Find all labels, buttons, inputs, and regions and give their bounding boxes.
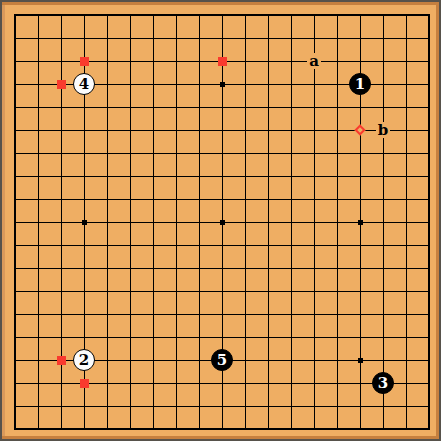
marker-red-square [218,57,227,66]
grid-line-vertical [383,15,384,429]
stone-black-3: 3 [372,372,394,394]
grid-line-vertical [268,15,269,429]
grid-line-vertical [245,15,246,429]
star-point [220,82,225,87]
stone-white-2: 2 [73,349,95,371]
point-label-b: b [376,122,390,138]
grid-line-horizontal [15,268,429,269]
grid-line-horizontal [15,314,429,315]
stone-black-5: 5 [211,349,233,371]
stone-white-4: 4 [73,73,95,95]
grid-line-vertical [406,15,407,429]
grid-line-vertical [291,15,292,429]
grid-line-vertical [314,15,315,429]
grid-line-horizontal [15,406,429,407]
star-point [358,220,363,225]
grid-line-vertical [337,15,338,429]
star-point [220,220,225,225]
stone-black-1: 1 [349,73,371,95]
marker-red-square [57,80,66,89]
star-point [82,220,87,225]
point-label-a: a [307,53,321,69]
go-board: ab12345 [0,0,441,441]
grid-line-horizontal [15,245,429,246]
marker-red-square [80,379,89,388]
grid-line-horizontal [15,337,429,338]
marker-red-square [57,356,66,365]
star-point [358,358,363,363]
grid-line-horizontal [15,383,429,384]
marker-red-square [80,57,89,66]
grid-line-horizontal [15,291,429,292]
